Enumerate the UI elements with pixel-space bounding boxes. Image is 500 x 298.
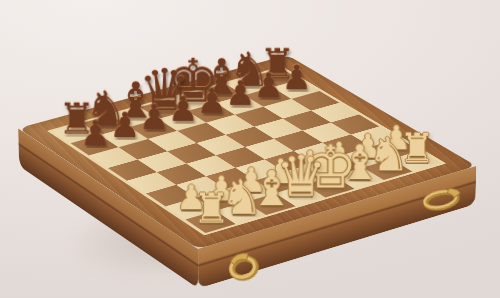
- piece-black-pawn[interactable]: ♟: [79, 116, 110, 151]
- chess-set-photo: ♜♞♝♛♚♝♞♜♟♟♟♟♟♟♟♟♟♟♟♟♟♟♟♟♜♞♝♛♚♝♞♜: [0, 0, 500, 298]
- piece-black-pawn[interactable]: ♟: [224, 77, 255, 111]
- piece-black-pawn[interactable]: ♟: [253, 69, 284, 103]
- piece-black-pawn[interactable]: ♟: [138, 100, 169, 135]
- piece-white-rook[interactable]: ♜: [192, 187, 229, 229]
- square-d5[interactable]: [197, 135, 245, 155]
- piece-black-pawn[interactable]: ♟: [109, 108, 140, 143]
- piece-black-pawn[interactable]: ♟: [196, 84, 227, 118]
- piece-black-pawn[interactable]: ♟: [167, 92, 198, 127]
